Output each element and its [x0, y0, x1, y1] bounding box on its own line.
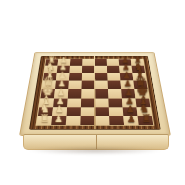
- black-pawn: ♟: [127, 114, 136, 124]
- square-f6: [108, 98, 122, 107]
- square-e6: [108, 89, 122, 98]
- black-pawn: ♟: [124, 79, 132, 88]
- square-b4: [82, 66, 95, 73]
- square-a3: [70, 59, 83, 66]
- square-h1: ♜: [37, 116, 53, 125]
- chess-board: ♜♟♟♜♞♟♟♞♝♟♟♝♛♟♟♛♚♟♟♚♝♟♟♝♞♟♟♞♜♟♟♜: [19, 52, 171, 136]
- square-a6: [107, 59, 120, 66]
- square-f3: [67, 98, 81, 107]
- perspective-wrapper: ♜♟♟♜♞♟♟♞♝♟♟♝♛♟♟♛♚♟♟♚♝♟♟♝♞♟♟♞♜♟♟♜: [0, 0, 185, 185]
- square-c5: [95, 73, 108, 81]
- square-g3: [66, 107, 81, 116]
- square-f5: [95, 98, 109, 107]
- square-h6: [109, 116, 124, 125]
- square-d4: [81, 80, 94, 88]
- square-b5: [95, 66, 108, 73]
- square-h5: [95, 116, 110, 125]
- square-g5: [95, 107, 109, 116]
- square-h2: ♟: [51, 116, 66, 125]
- square-b6: [107, 66, 120, 73]
- white-pawn: ♟: [58, 79, 66, 88]
- square-d6: [108, 80, 122, 88]
- square-h7: ♟: [123, 116, 138, 125]
- square-a5: [95, 59, 107, 66]
- square-b3: [69, 66, 82, 73]
- square-h3: [66, 116, 81, 125]
- square-d3: [68, 80, 81, 88]
- square-c4: [82, 73, 95, 81]
- square-c3: [69, 73, 82, 81]
- square-c6: [107, 73, 120, 81]
- square-f4: [81, 98, 95, 107]
- square-a4: [82, 59, 94, 66]
- square-h4: [80, 116, 95, 125]
- square-g6: [109, 107, 124, 116]
- chess-set-photo: ♜♟♟♜♞♟♟♞♝♟♟♝♛♟♟♛♚♟♟♚♝♟♟♝♞♟♟♞♜♟♟♜: [0, 0, 185, 185]
- black-rook: ♜: [141, 113, 151, 124]
- square-g4: [81, 107, 95, 116]
- square-h8: ♜: [138, 116, 154, 125]
- white-rook: ♜: [39, 113, 49, 124]
- square-e5: [95, 89, 109, 98]
- drop-shadow: [26, 146, 164, 155]
- white-pawn: ♟: [54, 114, 63, 124]
- square-d5: [95, 80, 108, 88]
- square-e4: [81, 89, 95, 98]
- square-e3: [68, 89, 82, 98]
